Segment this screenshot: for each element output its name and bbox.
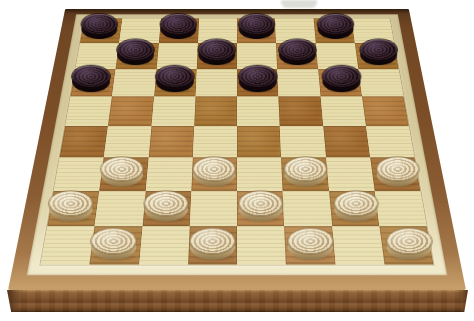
square-d2[interactable] (190, 191, 237, 227)
square-g1[interactable] (332, 226, 385, 264)
square-c8[interactable] (159, 18, 199, 43)
piece-top-rings (82, 14, 118, 34)
square-e1[interactable] (237, 226, 286, 264)
board-grid (41, 18, 434, 264)
checkers-board (8, 9, 466, 290)
square-g2[interactable] (329, 191, 380, 227)
light-piece-d3[interactable] (193, 157, 235, 188)
dark-piece-g8[interactable] (317, 14, 353, 41)
square-e5[interactable] (237, 97, 280, 126)
square-b6[interactable] (112, 69, 156, 97)
square-f2[interactable] (283, 191, 332, 227)
dark-piece-e8[interactable] (239, 14, 275, 41)
square-d7[interactable] (197, 43, 237, 69)
board-front-edge (7, 290, 468, 312)
light-piece-d1[interactable] (190, 229, 235, 262)
dark-piece-c8[interactable] (160, 14, 196, 41)
square-e3[interactable] (237, 157, 283, 190)
square-h1[interactable] (379, 226, 433, 264)
square-e2[interactable] (237, 191, 284, 227)
square-g6[interactable] (318, 69, 362, 97)
square-a5[interactable] (65, 97, 112, 126)
light-piece-f3[interactable] (285, 157, 327, 188)
square-b3[interactable] (100, 157, 149, 190)
square-g8[interactable] (313, 18, 354, 43)
piece-top-rings (377, 157, 419, 181)
square-f1[interactable] (284, 226, 335, 264)
dark-piece-f7[interactable] (279, 39, 316, 66)
square-a3[interactable] (54, 157, 104, 190)
photo-canvas (0, 0, 474, 321)
dark-piece-g6[interactable] (322, 66, 360, 94)
dark-piece-b7[interactable] (117, 39, 154, 66)
square-c5[interactable] (151, 97, 195, 126)
dark-piece-d7[interactable] (198, 39, 235, 66)
piece-top-rings (117, 39, 154, 60)
dark-piece-c6[interactable] (155, 66, 193, 94)
light-piece-a2[interactable] (49, 191, 92, 223)
piece-top-rings (190, 229, 235, 254)
square-d1[interactable] (188, 226, 237, 264)
square-e8[interactable] (237, 18, 276, 43)
square-b2[interactable] (95, 191, 146, 227)
light-piece-b3[interactable] (101, 157, 143, 188)
light-piece-c2[interactable] (144, 191, 187, 223)
square-c6[interactable] (154, 69, 197, 97)
square-c1[interactable] (139, 226, 190, 264)
square-c2[interactable] (142, 191, 191, 227)
square-f6[interactable] (277, 69, 320, 97)
board-perspective-wrapper (0, 0, 474, 321)
square-a4[interactable] (60, 126, 109, 157)
square-g4[interactable] (323, 126, 370, 157)
dark-piece-e6[interactable] (239, 66, 277, 94)
piece-top-rings (160, 14, 196, 34)
square-d6[interactable] (195, 69, 237, 97)
light-piece-e2[interactable] (239, 191, 282, 223)
square-b1[interactable] (90, 226, 143, 264)
light-piece-g2[interactable] (334, 191, 377, 223)
piece-top-rings (193, 157, 235, 181)
square-g5[interactable] (320, 97, 366, 126)
square-f5[interactable] (279, 97, 323, 126)
square-c4[interactable] (148, 126, 194, 157)
piece-top-rings (91, 229, 136, 254)
piece-top-rings (317, 14, 353, 34)
piece-top-rings (101, 157, 143, 181)
light-piece-b1[interactable] (91, 229, 136, 262)
square-h6[interactable] (358, 69, 403, 97)
square-e4[interactable] (237, 126, 281, 157)
board-margin (27, 14, 447, 275)
square-d4[interactable] (193, 126, 237, 157)
piece-top-rings (334, 191, 377, 216)
piece-top-rings (144, 191, 187, 216)
square-c3[interactable] (145, 157, 192, 190)
square-f3[interactable] (281, 157, 328, 190)
square-f7[interactable] (276, 43, 318, 69)
light-piece-h3[interactable] (377, 157, 419, 188)
piece-top-rings (198, 39, 235, 60)
square-d5[interactable] (194, 97, 237, 126)
square-h7[interactable] (355, 43, 399, 69)
square-b7[interactable] (116, 43, 159, 69)
square-h2[interactable] (374, 191, 426, 227)
dark-piece-a6[interactable] (72, 66, 110, 94)
square-a1[interactable] (41, 226, 95, 264)
square-a6[interactable] (71, 69, 116, 97)
square-f4[interactable] (280, 126, 326, 157)
square-b4[interactable] (104, 126, 151, 157)
piece-top-rings (239, 14, 275, 34)
square-h3[interactable] (370, 157, 420, 190)
piece-top-rings (360, 39, 397, 60)
square-e6[interactable] (237, 69, 279, 97)
dark-piece-a8[interactable] (82, 14, 118, 41)
square-a2[interactable] (47, 191, 99, 227)
piece-top-rings (155, 66, 193, 88)
piece-top-rings (279, 39, 316, 60)
square-d3[interactable] (191, 157, 237, 190)
square-g3[interactable] (326, 157, 375, 190)
square-h5[interactable] (362, 97, 409, 126)
piece-top-rings (322, 66, 360, 88)
piece-top-rings (285, 157, 327, 181)
light-piece-f1[interactable] (288, 229, 333, 262)
square-b5[interactable] (108, 97, 154, 126)
light-piece-h1[interactable] (387, 229, 432, 262)
square-h4[interactable] (366, 126, 415, 157)
dark-piece-h7[interactable] (360, 39, 397, 66)
piece-top-rings (387, 229, 432, 254)
